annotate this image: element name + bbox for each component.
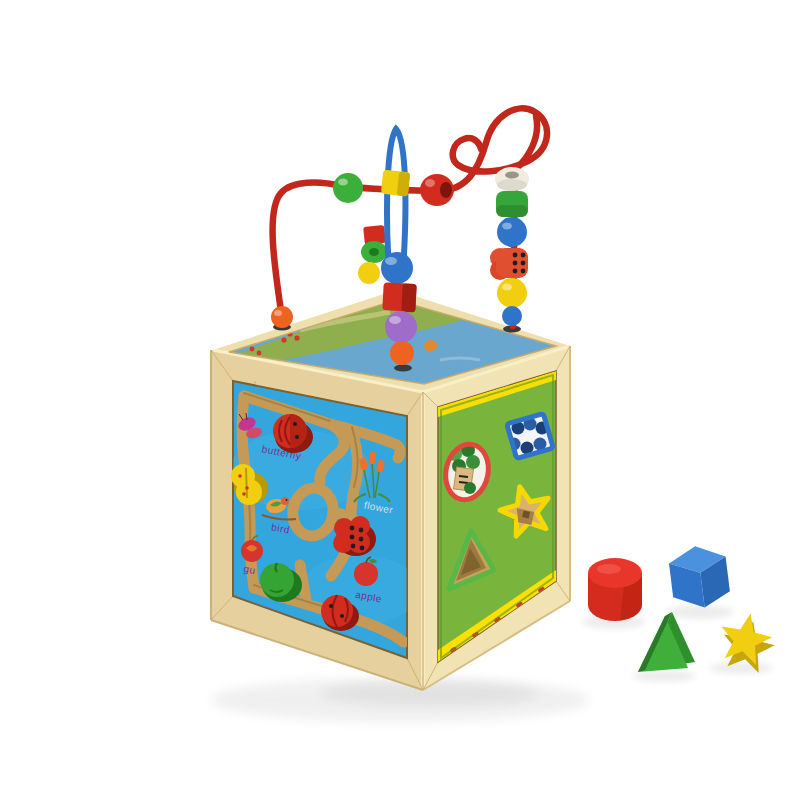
block-red-cylinder [588, 558, 642, 621]
wire-blue [387, 129, 405, 270]
bead-green-barrel [496, 191, 528, 217]
right-bead-stack [490, 167, 529, 326]
bead-red-cube [382, 282, 416, 312]
bead-white-ring [495, 167, 529, 191]
bead-blue-sphere-upper [497, 217, 527, 247]
bead-yellow-sphere [497, 278, 527, 308]
block-blue-cube [667, 543, 731, 611]
bead-yellow-cube [381, 170, 410, 197]
bead-red-dotted [490, 248, 528, 280]
bead-green-sphere [333, 173, 363, 203]
bead-blue-sphere-center [381, 252, 413, 284]
product-photo-stage: butterfly flower bird [0, 0, 800, 800]
bead-blue-sphere-lower [502, 306, 522, 326]
label-fruit-partial: gu [243, 563, 257, 576]
activity-cube-scene: butterfly flower bird [0, 0, 800, 800]
bead-red-disc [420, 174, 454, 206]
wire-anchor-center [394, 365, 412, 372]
bead-orange-sphere-center [390, 341, 414, 365]
bead-orange-anchor [271, 306, 293, 328]
bead-purple-sphere [385, 311, 417, 343]
hidden-bead-stack [358, 225, 387, 284]
block-green-triangle-prism [638, 612, 695, 672]
